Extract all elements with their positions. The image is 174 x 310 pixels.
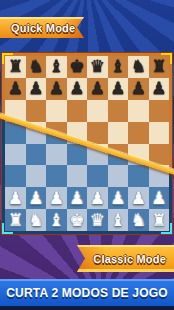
black-king-piece: ♚	[69, 58, 84, 75]
corner-bracket-bottom-left-icon	[2, 223, 13, 234]
board-square	[46, 165, 67, 187]
board-square	[5, 165, 26, 187]
white-pawn-piece: ♟	[49, 190, 64, 207]
board-square: ♟	[67, 187, 88, 209]
white-bishop-piece: ♝	[110, 212, 125, 229]
white-pawn-piece: ♟	[131, 190, 146, 207]
board-square: ♟	[128, 78, 149, 100]
board-square	[87, 100, 108, 122]
black-pawn-piece: ♟	[69, 80, 84, 97]
board-square	[128, 165, 149, 187]
board-square: ♟	[149, 187, 170, 209]
board-square	[67, 144, 88, 166]
board-square	[26, 100, 47, 122]
board-square: ♚	[67, 56, 88, 78]
board-square: ♝	[108, 209, 129, 231]
board-square	[46, 100, 67, 122]
white-pawn-piece: ♟	[90, 190, 105, 207]
classic-mode-banner[interactable]: Classic Mode	[77, 245, 174, 272]
corner-bracket-bottom-right-icon	[161, 223, 172, 234]
board-square	[26, 144, 47, 166]
board-square: ♞	[26, 56, 47, 78]
white-pawn-piece: ♟	[151, 190, 166, 207]
board-square: ♞	[26, 209, 47, 231]
board-square	[5, 144, 26, 166]
board-square: ♟	[5, 187, 26, 209]
board-square: ♟	[108, 187, 129, 209]
board-square	[87, 122, 108, 144]
black-pawn-piece: ♟	[90, 80, 105, 97]
board-square: ♟	[87, 187, 108, 209]
white-pawn-piece: ♟	[110, 190, 125, 207]
chess-board: ♜♞♝♚♛♝♞♜♟♟♟♟♟♟♟♟ ♟♟♟♟♟♟♟♟♜♞♝♚♛♝♞♜	[2, 53, 172, 234]
black-pawn-piece: ♟	[28, 80, 43, 97]
board-square: ♝	[108, 56, 129, 78]
white-queen-piece: ♛	[90, 212, 105, 229]
black-pawn-piece: ♟	[110, 80, 125, 97]
black-knight-piece: ♞	[131, 58, 146, 75]
caption-bar: CURTA 2 MODOS DE JOGO	[0, 279, 174, 306]
white-king-piece: ♚	[69, 212, 84, 229]
board-square	[67, 100, 88, 122]
classic-mode-label: Classic Mode	[93, 253, 166, 265]
white-bishop-piece: ♝	[49, 212, 64, 229]
board-square: ♞	[128, 56, 149, 78]
board-square	[67, 165, 88, 187]
board-square	[108, 122, 129, 144]
promo-screen: Quick Mode ♜♞♝♚♛♝♞♜♟♟♟♟♟♟♟♟ ♟♟♟♟♟♟♟♟♜♞♝♚…	[0, 0, 174, 310]
board-square	[108, 100, 129, 122]
board-square: ♟	[26, 78, 47, 100]
corner-bracket-top-right-icon	[161, 53, 172, 64]
corner-bracket-top-left-icon	[2, 53, 13, 64]
black-bishop-piece: ♝	[49, 58, 64, 75]
white-knight-piece: ♞	[131, 212, 146, 229]
board-square	[46, 144, 67, 166]
black-bishop-piece: ♝	[110, 58, 125, 75]
board-square	[26, 165, 47, 187]
board-square: ♟	[5, 78, 26, 100]
board-square: ♟	[108, 78, 129, 100]
black-knight-piece: ♞	[28, 58, 43, 75]
board-square: ♝	[46, 56, 67, 78]
board-square: ♟	[67, 78, 88, 100]
board-square	[149, 100, 170, 122]
white-pawn-piece: ♟	[28, 190, 43, 207]
board-square: ♟	[128, 187, 149, 209]
black-pawn-piece: ♟	[49, 80, 64, 97]
board-square: ♚	[67, 209, 88, 231]
quick-mode-label: Quick Mode	[11, 22, 75, 34]
black-pawn-piece: ♟	[151, 80, 166, 97]
board-square	[128, 100, 149, 122]
caption-text: CURTA 2 MODOS DE JOGO	[6, 286, 168, 300]
board-square	[128, 122, 149, 144]
board-square	[87, 165, 108, 187]
board-square: ♟	[26, 187, 47, 209]
quick-mode-banner[interactable]: Quick Mode	[0, 17, 84, 38]
black-queen-piece: ♛	[90, 58, 105, 75]
board-square: ♟	[46, 78, 67, 100]
black-pawn-piece: ♟	[131, 80, 146, 97]
white-pawn-piece: ♟	[69, 190, 84, 207]
board-square	[108, 165, 129, 187]
board-square: ♟	[87, 78, 108, 100]
black-pawn-piece: ♟	[8, 80, 23, 97]
board-square: ♛	[87, 56, 108, 78]
white-knight-piece: ♞	[28, 212, 43, 229]
board-square: ♟	[149, 78, 170, 100]
board-square	[149, 122, 170, 144]
board-square: ♞	[128, 209, 149, 231]
white-pawn-piece: ♟	[8, 190, 23, 207]
board-square: ♟	[46, 187, 67, 209]
bottom-edge-strip	[0, 306, 174, 310]
board-square: ♝	[46, 209, 67, 231]
board-square: ♛	[87, 209, 108, 231]
